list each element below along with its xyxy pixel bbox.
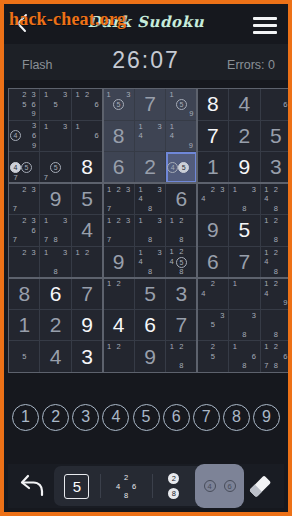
pencil-mark: 2: [19, 90, 28, 100]
pencil-mark: 1: [73, 122, 82, 132]
circled-mark: 5: [178, 162, 189, 173]
given-digit: 4: [72, 215, 102, 246]
given-digit: 6: [198, 247, 228, 278]
pencil-marks: 195: [167, 90, 195, 119]
pencil-mark: 8: [240, 204, 249, 214]
cell-r9c6[interactable]: 128: [166, 341, 196, 372]
pencil-marks: 12678: [262, 342, 290, 371]
pencil-mark: 5: [19, 352, 28, 362]
pencil-mark: 1: [136, 248, 145, 258]
pencil-mark: 2: [19, 185, 28, 195]
pencil-marks: 1348: [136, 248, 164, 277]
given-digit: 3: [166, 278, 196, 309]
pencil-mark: 2: [82, 90, 91, 100]
cell-r9c3[interactable]: 3: [72, 341, 102, 372]
pencil-mark: 2: [271, 342, 280, 352]
cell-r9c8[interactable]: 168: [229, 341, 259, 372]
cell-r9c7[interactable]: 25: [198, 341, 228, 372]
pencil-mark: 2: [114, 185, 123, 195]
eraser-icon: [247, 473, 274, 499]
pencil-mark: 7: [41, 235, 50, 245]
app-screen: hack-cheat.org Dark Sudoku Flash 26:07 E…: [0, 0, 292, 516]
pencil-mark: 4: [199, 194, 208, 204]
pencil-mark: 3: [123, 216, 132, 226]
hamburger-icon: [253, 17, 277, 20]
cell-r3c3[interactable]: 8: [72, 152, 102, 183]
cell-r5c7[interactable]: 9: [198, 215, 228, 246]
cell-r2c1[interactable]: 3694: [9, 121, 39, 152]
pencil-mark: 2: [82, 248, 91, 258]
corner-marks-tool[interactable]: 2 4 6 8: [101, 466, 152, 506]
pencil-mark: 8: [177, 235, 186, 245]
pencil-mark: 1: [104, 185, 113, 195]
given-digit: 1: [198, 152, 228, 183]
cell-r4c2[interactable]: 9: [40, 184, 70, 215]
pencil-mark: 2: [176, 248, 187, 257]
pencil-mark: 3: [29, 216, 38, 226]
number-button-8[interactable]: 8: [223, 404, 250, 431]
pencil-mark: 9: [186, 141, 195, 151]
user-digit: 8: [72, 152, 102, 183]
pencil-mark: 7: [104, 204, 113, 214]
cell-r1c4[interactable]: 135: [103, 89, 133, 120]
menu-button[interactable]: [253, 17, 277, 34]
cell-r3c1[interactable]: 754: [9, 152, 39, 183]
cell-r8c1[interactable]: 1: [9, 310, 39, 341]
cell-r3c5[interactable]: 2: [135, 152, 165, 183]
pencil-mark: 2: [19, 248, 28, 258]
eraser-button[interactable]: [247, 473, 274, 499]
number-button-4[interactable]: 4: [102, 404, 129, 431]
pencil-marks: 5: [10, 342, 38, 371]
given-digit: 9: [198, 215, 228, 246]
cell-r1c5[interactable]: 7: [135, 89, 165, 120]
pencil-mark: 4: [167, 131, 176, 141]
pencil-mark: 2: [177, 216, 186, 226]
given-digit: 2: [229, 121, 259, 152]
pencil-mark: 4: [136, 194, 145, 204]
pencil-marks: 1237: [104, 185, 132, 214]
given-digit: 5: [135, 278, 165, 309]
pencil-mark: 3: [29, 90, 38, 100]
pencil-mark: 8: [51, 267, 60, 277]
given-digit: 6: [166, 184, 196, 215]
pencil-mark: 1: [73, 90, 82, 100]
cell-r4c5[interactable]: 1348: [135, 184, 165, 215]
pencil-mark: 3: [155, 216, 164, 226]
pencil-mark: 6: [92, 131, 101, 141]
pencil-mark: 6: [30, 130, 39, 141]
pencil-mark: 3: [155, 185, 164, 195]
pencil-mark: 7: [262, 361, 271, 371]
pencil-marks: 134: [136, 122, 164, 151]
cell-r9c1[interactable]: 5: [9, 341, 39, 372]
pencil-marks: 23569: [10, 90, 38, 119]
circled-digit: 4: [204, 480, 216, 492]
pencil-marks: 1378: [41, 216, 69, 245]
cell-r6c9[interactable]: 1248: [261, 247, 291, 278]
cell-r8c5[interactable]: 6: [135, 310, 165, 341]
pencil-marks: 12: [73, 248, 101, 277]
status-bar: Flash 26:07 Errors: 0: [4, 44, 288, 80]
pencil-marks: 1: [230, 279, 258, 308]
cell-r4c6[interactable]: 6: [166, 184, 196, 215]
corner-marks-icon: 2 4 6 8: [114, 473, 138, 499]
pencil-mark: 2: [271, 185, 280, 195]
pencil-mark: 8: [271, 235, 280, 245]
pencil-mark: 3: [60, 122, 69, 132]
pencil-marks: 126: [73, 90, 101, 119]
pencil-mark: 9: [187, 110, 196, 119]
circle-marks-tool[interactable]: 4 6: [195, 464, 244, 508]
pencil-marks: 138: [41, 248, 69, 277]
pencil-mark: 3: [218, 311, 227, 321]
current-digit-box: 5: [64, 474, 89, 499]
cell-r4c3[interactable]: 5: [72, 184, 102, 215]
pencil-mark: 8: [271, 330, 280, 340]
cell-r9c4[interactable]: 12: [103, 341, 133, 372]
cell-r2c6[interactable]: 149: [166, 121, 196, 152]
cell-r8c7[interactable]: 35: [198, 310, 228, 341]
pencil-mark: 8: [271, 267, 280, 277]
circled-mark: 5: [176, 257, 187, 268]
pencil-mark: 1: [230, 185, 239, 195]
given-digit: 8: [9, 278, 39, 309]
pencil-marks: 1348: [136, 185, 164, 214]
cell-r3c7[interactable]: 1: [198, 152, 228, 183]
number-button-7[interactable]: 7: [193, 404, 220, 431]
pencil-mark: 2: [271, 216, 280, 226]
sudoku-board: 2356913512613571958463694131681341497257…: [8, 88, 292, 373]
pencil-mark: 1: [167, 122, 176, 132]
cell-r5c5[interactable]: 138: [135, 215, 165, 246]
cell-r1c8[interactable]: 4: [229, 89, 259, 120]
pencil-mark: 6: [29, 100, 38, 110]
pencil-mark: 6: [29, 226, 38, 236]
pencil-mark: 2: [208, 342, 217, 352]
given-digit: 6: [103, 152, 133, 183]
pencil-mark: 2: [114, 216, 123, 226]
cell-r8c9[interactable]: 8: [261, 310, 291, 341]
circled-mark: 4: [167, 162, 178, 173]
cell-r1c1[interactable]: 23569: [9, 89, 39, 120]
given-digit: 5: [72, 184, 102, 215]
cell-r9c9[interactable]: 12678: [261, 341, 291, 372]
pencil-mark: 4: [136, 131, 145, 141]
pencil-mark: 3: [124, 90, 133, 99]
cell-r6c1[interactable]: 23: [9, 247, 39, 278]
cell-r6c5[interactable]: 1348: [135, 247, 165, 278]
pencil-marks: 3694: [10, 122, 38, 151]
cell-r1c3[interactable]: 126: [72, 89, 102, 120]
number-pad: 123456789: [8, 402, 284, 432]
pencil-mark: 4: [199, 289, 208, 299]
center-marks-tool[interactable]: 2 8: [153, 466, 196, 506]
given-digit: 2: [40, 310, 70, 341]
pencil-marks: 12485: [167, 248, 195, 277]
pencil-mark: 3: [218, 185, 227, 195]
pencil-mark: 1: [230, 342, 239, 352]
cell-r1c7[interactable]: 8: [198, 89, 228, 120]
cell-r7c3[interactable]: 7: [72, 278, 102, 309]
pencil-mark: 3: [29, 185, 38, 195]
cell-r2c7[interactable]: 7: [198, 121, 228, 152]
cell-r2c5[interactable]: 134: [135, 121, 165, 152]
cell-r8c8[interactable]: 38: [229, 310, 259, 341]
pencil-marks: 128: [167, 216, 195, 245]
pencil-marks: 24: [199, 279, 227, 308]
pencil-marks: 1248: [262, 185, 290, 214]
number-button-5[interactable]: 5: [133, 404, 160, 431]
pencil-mark: 2: [19, 216, 28, 226]
given-digit: 5: [261, 121, 291, 152]
pencil-mark: 1: [73, 248, 82, 258]
number-entry-tool[interactable]: 5: [54, 466, 100, 506]
pencil-mark: 1: [104, 342, 113, 352]
cell-r3c9[interactable]: 3: [261, 152, 291, 183]
pencil-mark: 1: [136, 216, 145, 226]
pencil-mark: 5: [19, 100, 28, 110]
pencil-mark: 8: [51, 235, 60, 245]
cell-r1c2[interactable]: 135: [40, 89, 70, 120]
pencil-mark: 1: [262, 216, 271, 226]
number-button-6[interactable]: 6: [163, 404, 190, 431]
given-digit: 7: [135, 89, 165, 120]
pencil-mark: 4: [262, 289, 271, 299]
cell-r3c8[interactable]: 9: [229, 152, 259, 183]
pencil-mark: 2: [114, 342, 123, 352]
pencil-marks: 1248: [262, 248, 290, 277]
pencil-marks: 38: [230, 311, 258, 340]
cell-r7c5[interactable]: 5: [135, 278, 165, 309]
pencil-marks: 6: [262, 90, 290, 119]
circled-mark: 4: [10, 130, 21, 141]
pencil-mark: 3: [60, 248, 69, 258]
pencil-mark: 3: [249, 311, 258, 321]
number-button-1[interactable]: 1: [12, 404, 39, 431]
cell-r1c6[interactable]: 195: [166, 89, 196, 120]
sudoku-grid: 2356913512613571958463694131681341497257…: [9, 89, 291, 372]
pencil-marks: 13: [41, 122, 69, 151]
given-digit: 8: [103, 121, 133, 152]
pencil-mark: 3: [249, 185, 258, 195]
cell-r3c6[interactable]: 45: [166, 152, 196, 183]
cell-r6c2[interactable]: 138: [40, 247, 70, 278]
cell-r2c9[interactable]: 5: [261, 121, 291, 152]
cell-r6c3[interactable]: 12: [72, 247, 102, 278]
circled-mark: 5: [50, 162, 61, 173]
given-digit: 1: [9, 310, 39, 341]
circled-mark: 5: [113, 99, 124, 110]
pencil-mark: 8: [145, 235, 154, 245]
circled-mark: 4: [10, 162, 21, 173]
cell-r5c6[interactable]: 128: [166, 215, 196, 246]
number-button-3[interactable]: 3: [72, 404, 99, 431]
user-digit: 6: [135, 310, 165, 341]
cell-r2c2[interactable]: 13: [40, 121, 70, 152]
pencil-mark: 3: [30, 122, 39, 131]
pencil-marks: 237: [10, 185, 38, 214]
pencil-mark: 7: [10, 235, 19, 245]
pencil-mark: 8: [240, 361, 249, 371]
cell-r8c4[interactable]: 4: [103, 310, 133, 341]
pencil-mark: 1: [262, 342, 271, 352]
pencil-mark: 9: [281, 298, 290, 308]
pencil-mark: 2: [271, 279, 280, 289]
cell-r9c2[interactable]: 4: [40, 341, 70, 372]
pencil-mark: 2: [208, 185, 217, 195]
cell-r5c3[interactable]: 4: [72, 215, 102, 246]
pencil-marks: 75: [41, 153, 69, 182]
pencil-mark: 6: [281, 100, 290, 110]
given-digit: 7: [166, 310, 196, 341]
user-digit: 8: [198, 89, 228, 120]
user-digit: 6: [40, 278, 70, 309]
circled-mark: 5: [21, 162, 32, 173]
pencil-mark: 2: [208, 279, 217, 289]
user-digit: 9: [72, 310, 102, 341]
pencil-mark: 5: [208, 352, 217, 362]
tool-group: 5 2 4 6 8 2 8 4 6: [54, 466, 244, 506]
cell-r7c4[interactable]: 12: [103, 278, 133, 309]
number-button-2[interactable]: 2: [42, 404, 69, 431]
pencil-mark: 6: [281, 352, 290, 362]
pencil-mark: 5: [51, 100, 60, 110]
cell-r1c9[interactable]: 6: [261, 89, 291, 120]
pencil-mark: 3: [60, 216, 69, 226]
pencil-mark: 1: [104, 216, 113, 226]
pencil-marks: 1249: [262, 279, 290, 308]
pencil-mark: 8: [271, 204, 280, 214]
pencil-mark: 1: [230, 279, 239, 289]
cell-r5c4[interactable]: 1237: [103, 215, 133, 246]
pencil-marks: 754: [10, 153, 38, 182]
given-digit: 4: [40, 341, 70, 372]
pencil-mark: 8: [145, 267, 154, 277]
pencil-marks: 128: [167, 342, 195, 371]
pencil-mark: 2: [114, 279, 123, 289]
pencil-marks: 12: [104, 342, 132, 371]
user-digit: 5: [229, 215, 259, 246]
pencil-mark: 1: [167, 248, 176, 257]
cell-r4c9[interactable]: 1248: [261, 184, 291, 215]
pencil-mark: 4: [136, 257, 145, 267]
pencil-marks: 12: [104, 279, 132, 308]
pencil-mark: 7: [41, 173, 50, 182]
user-digit: 3: [72, 341, 102, 372]
pencil-mark: 1: [104, 90, 113, 99]
pencil-mark: 4: [262, 257, 271, 267]
pencil-mark: 4: [167, 257, 176, 268]
cell-r6c8[interactable]: 7: [229, 247, 259, 278]
pencil-mark: 6: [249, 352, 258, 362]
cell-r2c8[interactable]: 2: [229, 121, 259, 152]
pencil-marks: 35: [199, 311, 227, 340]
pencil-mark: 1: [41, 122, 50, 132]
cell-r5c9[interactable]: 128: [261, 215, 291, 246]
pencil-mark: 8: [177, 361, 186, 371]
pencil-mark: 1: [104, 279, 113, 289]
watermark: hack-cheat.org: [9, 9, 126, 30]
cell-r4c8[interactable]: 138: [229, 184, 259, 215]
cell-r5c2[interactable]: 1378: [40, 215, 70, 246]
pencil-mark: 1: [167, 342, 176, 352]
cell-r3c4[interactable]: 6: [103, 152, 133, 183]
cell-r5c8[interactable]: 5: [229, 215, 259, 246]
cell-r6c7[interactable]: 6: [198, 247, 228, 278]
pencil-mark: 5: [208, 320, 217, 330]
pencil-marks: 2367: [10, 216, 38, 245]
pencil-marks: 25: [199, 342, 227, 371]
pencil-marks: 135: [104, 90, 132, 119]
cell-r7c9[interactable]: 1249: [261, 278, 291, 309]
pencil-mark: 3: [60, 90, 69, 100]
circled-digit: 6: [224, 480, 236, 492]
cell-r7c2[interactable]: 6: [40, 278, 70, 309]
given-digit: 9: [103, 247, 133, 278]
cell-r8c2[interactable]: 2: [40, 310, 70, 341]
cell-r3c2[interactable]: 75: [40, 152, 70, 183]
cell-r8c6[interactable]: 7: [166, 310, 196, 341]
given-digit: 4: [229, 89, 259, 120]
cell-r8c3[interactable]: 9: [72, 310, 102, 341]
undo-button[interactable]: [18, 473, 46, 499]
pencil-mark: 8: [145, 204, 154, 214]
pencil-mark: 2: [177, 342, 186, 352]
cell-r4c1[interactable]: 237: [9, 184, 39, 215]
pencil-marks: 135: [41, 90, 69, 119]
pencil-marks: 16: [73, 122, 101, 151]
cell-r4c7[interactable]: 234: [198, 184, 228, 215]
errors-counter: Errors: 0: [227, 58, 275, 72]
pencil-mark: 8: [240, 330, 249, 340]
pencil-marks: 45: [167, 153, 195, 182]
pencil-mark: 9: [30, 141, 39, 150]
pencil-marks: 138: [136, 216, 164, 245]
pencil-mark: 3: [155, 122, 164, 132]
toolbar: 5 2 4 6 8 2 8 4 6: [8, 464, 284, 508]
cell-r2c4[interactable]: 8: [103, 121, 133, 152]
pencil-mark: 7: [10, 204, 19, 214]
cell-r7c8[interactable]: 1: [229, 278, 259, 309]
cell-r5c1[interactable]: 2367: [9, 215, 39, 246]
pencil-mark: 2: [271, 248, 280, 258]
user-digit: 9: [229, 152, 259, 183]
cell-r9c5[interactable]: 9: [135, 341, 165, 372]
pencil-marks: 23: [10, 248, 38, 277]
cell-r6c4[interactable]: 9: [103, 247, 133, 278]
pencil-mark: 7: [10, 173, 21, 182]
pencil-marks: 1237: [104, 216, 132, 245]
cell-r7c7[interactable]: 24: [198, 278, 228, 309]
cell-r7c6[interactable]: 3: [166, 278, 196, 309]
given-digit: 3: [261, 152, 291, 183]
circled-mark: 5: [176, 99, 187, 110]
pencil-mark: 1: [167, 216, 176, 226]
pencil-mark: 4: [262, 194, 271, 204]
cell-r2c3[interactable]: 16: [72, 121, 102, 152]
pencil-mark: 1: [41, 90, 50, 100]
cell-r6c6[interactable]: 12485: [166, 247, 196, 278]
pencil-mark: 3: [29, 248, 38, 258]
pencil-mark: 3: [155, 248, 164, 258]
cell-r7c1[interactable]: 8: [9, 278, 39, 309]
pencil-mark: 3: [123, 185, 132, 195]
cell-r4c4[interactable]: 1237: [103, 184, 133, 215]
number-button-9[interactable]: 9: [253, 404, 280, 431]
pencil-mark: 1: [41, 216, 50, 226]
given-digit: 7: [72, 278, 102, 309]
